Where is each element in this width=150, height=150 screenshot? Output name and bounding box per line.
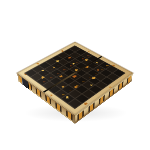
case-latch [22, 77, 30, 91]
chess-piece-white-p[interactable]: ♟ [57, 87, 64, 95]
product-photo-scene: ♜♞♝♛♚♝♞♜♟♟♟♟♟♟♟♟♜♞♝♛♚♝♞♜♟♟♟♟♟♟♟♟ [0, 0, 150, 150]
chess-piece-black-p[interactable]: ♟ [39, 74, 46, 82]
pieces-layer: ♜♞♝♛♚♝♞♜♟♟♟♟♟♟♟♟♜♞♝♛♚♝♞♜♟♟♟♟♟♟♟♟ [24, 45, 126, 109]
chess-piece-black-p[interactable]: ♟ [53, 67, 60, 75]
chess-piece-black-p[interactable]: ♟ [46, 70, 53, 78]
